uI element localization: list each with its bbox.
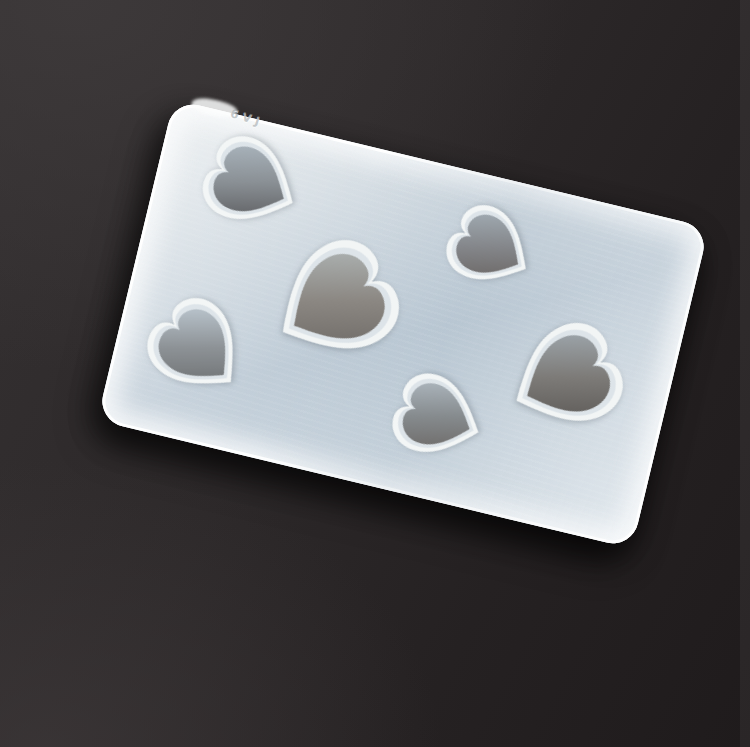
silicone-mold: 6VJ [97,99,709,548]
heart-cavity-top-right [424,182,555,313]
heart-cavity-bottom-middle [371,352,501,482]
photo-edge-light-strip [740,0,750,747]
product-photo: 6VJ [0,0,750,747]
heart-cavity-right [483,295,650,462]
heart-cavity-top-left [178,112,321,255]
